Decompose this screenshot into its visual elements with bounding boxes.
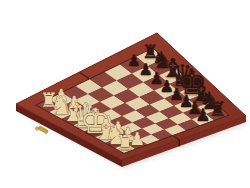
chess-board[interactable]: ♜♟♞♟♝♟♛♟♚♟♟♝♜♟♟♞♞♟♟♜♝♟♟♛♟♚♟♝♟♞♟♜: [0, 0, 250, 188]
chess-set-photo: ♜♟♞♟♝♟♛♟♚♟♟♝♜♟♟♞♞♟♟♜♝♟♟♛♟♚♟♝♟♞♟♜: [0, 0, 250, 188]
piece-black-pawn-h7[interactable]: ♟: [195, 105, 210, 125]
piece-black-rook-h8[interactable]: ♜: [209, 97, 227, 121]
piece-white-rook-h1[interactable]: ♜: [116, 131, 135, 155]
